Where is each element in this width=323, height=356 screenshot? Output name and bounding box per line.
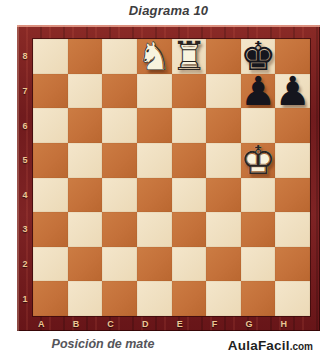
square-c7[interactable] [102,74,137,109]
rank-label-4: 4 [17,178,33,213]
square-a8[interactable] [33,39,68,74]
square-d2[interactable] [137,247,172,282]
square-b8[interactable] [68,39,103,74]
white-knight-fill: ♞ [137,39,172,74]
rank-label-5: 5 [17,143,33,178]
square-e7[interactable] [172,74,207,109]
square-e1[interactable] [172,281,207,316]
square-a3[interactable] [33,212,68,247]
square-f3[interactable] [206,212,241,247]
square-e3[interactable] [172,212,207,247]
square-a6[interactable] [33,108,68,143]
black-pawn: ♟ [241,74,276,109]
file-label-e: E [163,317,198,330]
square-g1[interactable] [241,281,276,316]
square-f8[interactable] [206,39,241,74]
white-king: ♔ [241,143,276,178]
square-g3[interactable] [241,212,276,247]
square-f5[interactable] [206,143,241,178]
square-f1[interactable] [206,281,241,316]
square-d4[interactable] [137,178,172,213]
black-pawn: ♟ [275,74,310,109]
square-h6[interactable] [275,108,310,143]
rank-labels: 87654321 [17,39,33,316]
white-king-fill: ♚ [241,143,276,178]
rank-label-2: 2 [17,247,33,282]
board-grid: ♞♘♜♖♚♟♟♚♔ [33,39,310,316]
file-label-g: G [232,317,267,330]
white-rook: ♖ [172,39,207,74]
square-a7[interactable] [33,74,68,109]
file-labels: ABCDEFGH [24,317,301,330]
square-c1[interactable] [102,281,137,316]
square-g8[interactable]: ♚ [241,39,276,74]
square-e2[interactable] [172,247,207,282]
square-c4[interactable] [102,178,137,213]
square-c6[interactable] [102,108,137,143]
rank-label-3: 3 [17,212,33,247]
square-e6[interactable] [172,108,207,143]
board-caption: Posición de mate [0,337,206,351]
square-h5[interactable] [275,143,310,178]
square-a1[interactable] [33,281,68,316]
square-c2[interactable] [102,247,137,282]
square-d1[interactable] [137,281,172,316]
square-h7[interactable]: ♟ [275,74,310,109]
square-a5[interactable] [33,143,68,178]
square-h4[interactable] [275,178,310,213]
rank-label-6: 6 [17,108,33,143]
black-king: ♚ [241,39,276,74]
square-f4[interactable] [206,178,241,213]
square-b6[interactable] [68,108,103,143]
square-g7[interactable]: ♟ [241,74,276,109]
square-a4[interactable] [33,178,68,213]
square-g5[interactable]: ♚♔ [241,143,276,178]
square-c3[interactable] [102,212,137,247]
square-h2[interactable] [275,247,310,282]
square-c8[interactable] [102,39,137,74]
square-d3[interactable] [137,212,172,247]
square-b1[interactable] [68,281,103,316]
file-label-a: A [24,317,59,330]
brand-tld: .com [290,341,313,352]
square-d7[interactable] [137,74,172,109]
square-f6[interactable] [206,108,241,143]
rank-label-7: 7 [17,74,33,109]
square-g4[interactable] [241,178,276,213]
square-f7[interactable] [206,74,241,109]
square-d6[interactable] [137,108,172,143]
rank-label-1: 1 [17,281,33,316]
diagram-title: Diagrama 10 [17,3,320,18]
square-e5[interactable] [172,143,207,178]
square-f2[interactable] [206,247,241,282]
square-h1[interactable] [275,281,310,316]
square-b4[interactable] [68,178,103,213]
square-g6[interactable] [241,108,276,143]
square-b2[interactable] [68,247,103,282]
brand-name: AulaFacil [228,338,290,353]
square-g2[interactable] [241,247,276,282]
file-label-d: D [128,317,163,330]
square-b3[interactable] [68,212,103,247]
square-a2[interactable] [33,247,68,282]
file-label-b: B [59,317,94,330]
file-label-c: C [93,317,128,330]
square-h8[interactable] [275,39,310,74]
file-label-h: H [266,317,301,330]
white-rook-fill: ♜ [172,39,207,74]
square-b7[interactable] [68,74,103,109]
square-e4[interactable] [172,178,207,213]
square-b5[interactable] [68,143,103,178]
white-knight: ♘ [137,39,172,74]
square-h3[interactable] [275,212,310,247]
square-e8[interactable]: ♜♖ [172,39,207,74]
brand-logo: AulaFacil .com [228,338,313,353]
square-d8[interactable]: ♞♘ [137,39,172,74]
file-label-f: F [197,317,232,330]
page: Diagrama 10 87654321 ♞♘♜♖♚♟♟♚♔ ABCDEFGH … [0,0,323,356]
rank-label-8: 8 [17,39,33,74]
square-d5[interactable] [137,143,172,178]
square-c5[interactable] [102,143,137,178]
chess-board: 87654321 ♞♘♜♖♚♟♟♚♔ ABCDEFGH [17,25,320,331]
